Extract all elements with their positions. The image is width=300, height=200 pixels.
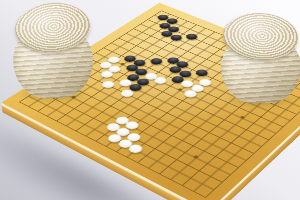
stone-bowl-left <box>13 3 93 98</box>
stone-white <box>100 79 117 89</box>
stone-black <box>184 32 199 40</box>
stone-black <box>148 57 164 66</box>
go-game-photo <box>0 0 300 200</box>
stone-bowl-right <box>221 13 300 103</box>
stone-black <box>194 68 210 77</box>
